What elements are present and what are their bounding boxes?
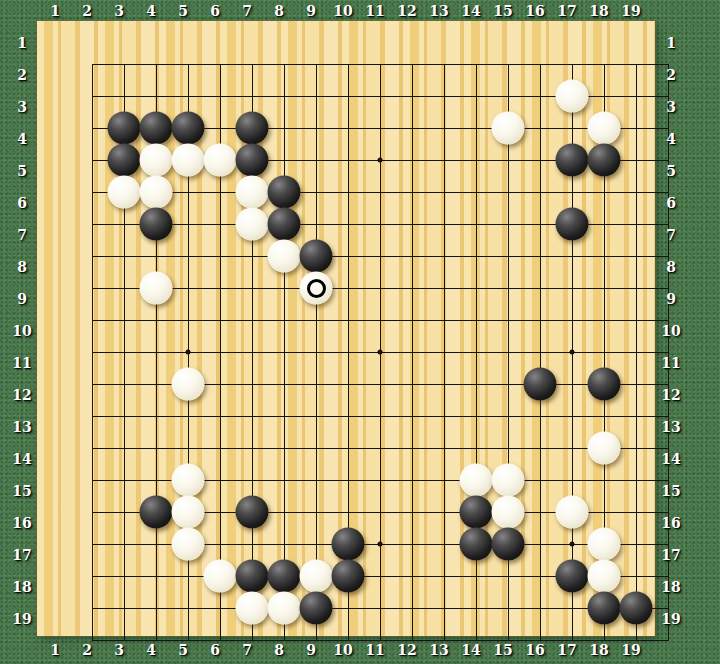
stone-black [268,176,301,209]
star-point [570,350,575,355]
coordinate-label: 7 [6,219,38,251]
stone-black [236,144,269,177]
board-grid[interactable] [76,48,684,656]
stone-white [492,464,525,497]
stone-white [140,272,173,305]
stone-black [460,496,493,529]
stone-black [524,368,557,401]
star-point [378,542,383,547]
stone-white [236,592,269,625]
coordinate-label: 15 [6,475,38,507]
stone-black [268,560,301,593]
coordinate-label: 18 [6,571,38,603]
stone-white [460,464,493,497]
stone-black [140,496,173,529]
last-move-marker [307,279,326,298]
stone-white [268,240,301,273]
stone-white [492,112,525,145]
stone-black [588,592,621,625]
coordinate-label: 5 [6,155,38,187]
stone-black [268,208,301,241]
stone-white [108,176,141,209]
stone-black [300,240,333,273]
stone-white [556,80,589,113]
stone-black [588,368,621,401]
stone-black [332,528,365,561]
stone-white [140,144,173,177]
coordinate-label: 10 [6,315,38,347]
stone-white [172,144,205,177]
stone-white [204,560,237,593]
stone-black [172,112,205,145]
stone-white [300,272,333,305]
stone-white [172,464,205,497]
go-game-screenshot: { "game": "go", "board_size": 19, "coord… [0,0,720,664]
stone-white [588,432,621,465]
stone-black [460,528,493,561]
coordinate-label: 1 [39,638,71,662]
star-point [378,350,383,355]
stone-white [236,176,269,209]
go-board [37,21,655,636]
stone-black [556,144,589,177]
stone-white [204,144,237,177]
coordinate-label: 13 [6,411,38,443]
coordinate-label: 9 [6,283,38,315]
stone-white [588,112,621,145]
stone-black [140,112,173,145]
stone-black [108,144,141,177]
coordinate-label: 11 [6,347,38,379]
stone-black [556,208,589,241]
stone-black [236,496,269,529]
coordinate-label: 17 [6,539,38,571]
stone-white [236,208,269,241]
coordinate-label: 8 [6,251,38,283]
stone-black [236,560,269,593]
stone-white [172,528,205,561]
stone-black [108,112,141,145]
stone-black [492,528,525,561]
coordinate-label: 4 [6,123,38,155]
coordinate-label: 16 [6,507,38,539]
star-point [378,158,383,163]
coordinate-label: 14 [6,443,38,475]
stone-white [492,496,525,529]
stone-white [172,496,205,529]
stone-white [268,592,301,625]
stone-black [588,144,621,177]
coordinate-labels-left: 12345678910111213141516171819 [6,27,38,635]
stone-black [236,112,269,145]
stone-black [556,560,589,593]
coordinate-label: 3 [6,91,38,123]
star-point [186,350,191,355]
stone-white [556,496,589,529]
star-point [570,542,575,547]
stone-black [332,560,365,593]
stone-white [588,528,621,561]
coordinate-label: 12 [6,379,38,411]
stone-white [172,368,205,401]
coordinate-label: 6 [6,187,38,219]
stone-white [300,560,333,593]
stone-black [140,208,173,241]
stone-black [300,592,333,625]
stone-black [620,592,653,625]
stone-white [588,560,621,593]
coordinate-label: 1 [6,27,38,59]
coordinate-label: 19 [6,603,38,635]
stone-white [140,176,173,209]
coordinate-label: 2 [6,59,38,91]
